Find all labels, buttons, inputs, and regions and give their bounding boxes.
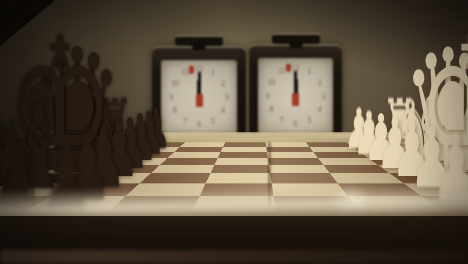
piece-white-pawn: ♟ — [364, 106, 399, 170]
piece-white-pawn: ♟ — [391, 113, 432, 189]
piece-white-rook: ♜ — [381, 91, 418, 159]
piece-black-bishop: ♝ — [68, 86, 116, 175]
piece-black-pawn: ♟ — [98, 113, 139, 189]
piece-black-pawn: ♟ — [111, 109, 148, 179]
piece-black-pawn: ♟ — [132, 104, 164, 164]
rail-reflection-highlight — [322, 180, 380, 218]
piece-white-bishop: ♝ — [406, 86, 454, 175]
piece-black-pawn: ♟ — [123, 106, 158, 170]
table-bottom-edge — [0, 250, 468, 264]
piece-white-queen: ♛ — [402, 28, 468, 200]
piece-black-rook: ♜ — [97, 91, 134, 159]
piece-white-pawn: ♟ — [344, 101, 374, 157]
piece-white-knight: ♞ — [393, 92, 433, 167]
piece-white-pawn: ♟ — [377, 109, 414, 179]
piece-white-pawn: ♟ — [353, 104, 385, 164]
piece-black-knight: ♞ — [84, 92, 124, 167]
piece-black-queen: ♛ — [31, 28, 123, 200]
piece-black-king: ♚ — [5, 12, 114, 215]
piece-black-pawn: ♟ — [141, 101, 171, 157]
chess-photo-scene: 121234567891011 121234567891011 ♜♞♝♛♚♝♞♜… — [0, 0, 468, 264]
